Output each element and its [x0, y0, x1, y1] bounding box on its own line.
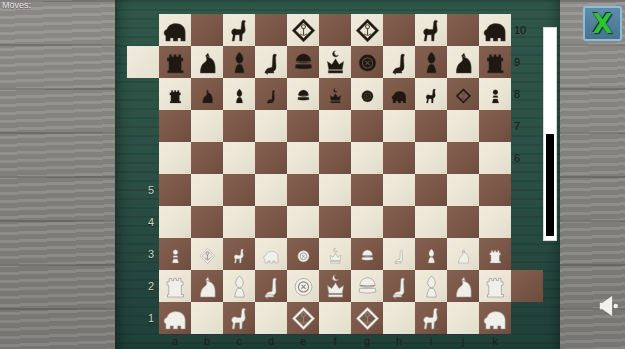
square-a10[interactable]	[159, 14, 191, 46]
piece-black-pawn-of-vizier[interactable]	[354, 81, 381, 108]
piece-white-pawn-of-camel[interactable]	[226, 241, 253, 268]
square-i8[interactable]	[415, 78, 447, 110]
square-e5[interactable]	[287, 174, 319, 206]
square-f1[interactable]	[319, 302, 351, 334]
square-d9[interactable]	[255, 46, 287, 78]
square-h6[interactable]	[383, 142, 415, 174]
square-f6[interactable]	[319, 142, 351, 174]
square-f10[interactable]	[319, 14, 351, 46]
piece-white-picket[interactable]	[418, 273, 445, 300]
square-b5[interactable]	[191, 174, 223, 206]
piece-black-pawn-of-giraffe[interactable]	[258, 81, 285, 108]
square-a6[interactable]	[159, 142, 191, 174]
square-c2[interactable]	[223, 270, 255, 302]
rank-label-4: 4	[132, 206, 154, 238]
file-label-f: f	[319, 335, 351, 347]
file-label-j: j	[447, 335, 479, 347]
square-a7[interactable]	[159, 110, 191, 142]
piece-black-elephant[interactable]	[162, 17, 189, 44]
rank-label-2: 2	[132, 270, 154, 302]
square-f2[interactable]	[319, 270, 351, 302]
square-a2[interactable]	[159, 270, 191, 302]
square-f9[interactable]	[319, 46, 351, 78]
square-h8[interactable]	[383, 78, 415, 110]
square-j7[interactable]	[447, 110, 479, 142]
piece-black-camel[interactable]	[418, 17, 445, 44]
square-g9[interactable]	[351, 46, 383, 78]
piece-black-pawn-of-pawn[interactable]	[482, 81, 509, 108]
piece-black-pawn-of-elephant[interactable]	[386, 81, 413, 108]
piece-black-pawn-of-king[interactable]	[322, 81, 349, 108]
piece-black-camel[interactable]	[226, 17, 253, 44]
square-g10[interactable]	[351, 14, 383, 46]
square-e2[interactable]	[287, 270, 319, 302]
square-j3[interactable]	[447, 238, 479, 270]
square-g6[interactable]	[351, 142, 383, 174]
square-e1[interactable]	[287, 302, 319, 334]
piece-white-pawn-of-giraffe[interactable]	[386, 241, 413, 268]
square-b3[interactable]	[191, 238, 223, 270]
square-c4[interactable]	[223, 206, 255, 238]
square-f7[interactable]	[319, 110, 351, 142]
square-g3[interactable]	[351, 238, 383, 270]
piece-white-war-engine[interactable]	[354, 305, 381, 332]
square-d5[interactable]	[255, 174, 287, 206]
square-k10[interactable]	[479, 14, 511, 46]
piece-black-pawn-of-general[interactable]	[290, 81, 317, 108]
rank-label-7: 7	[514, 110, 540, 142]
square-i6[interactable]	[415, 142, 447, 174]
square-f8[interactable]	[319, 78, 351, 110]
piece-black-war-engine[interactable]	[354, 17, 381, 44]
square-e3[interactable]	[287, 238, 319, 270]
game-window: Moves: 54321109876abcdefghijk X	[0, 0, 625, 349]
square-a5[interactable]	[159, 174, 191, 206]
square-h1[interactable]	[383, 302, 415, 334]
square-i3[interactable]	[415, 238, 447, 270]
square-i10[interactable]	[415, 14, 447, 46]
square-b10[interactable]	[191, 14, 223, 46]
square-e7[interactable]	[287, 110, 319, 142]
square-d4[interactable]	[255, 206, 287, 238]
square-a1[interactable]	[159, 302, 191, 334]
file-label-a: a	[159, 335, 191, 347]
piece-white-general[interactable]	[354, 273, 381, 300]
square-d6[interactable]	[255, 142, 287, 174]
square-d8[interactable]	[255, 78, 287, 110]
square-k3[interactable]	[479, 238, 511, 270]
square-a9[interactable]	[159, 46, 191, 78]
square-b2[interactable]	[191, 270, 223, 302]
piece-black-giraffe[interactable]	[386, 49, 413, 76]
piece-white-pawn-of-pawn[interactable]	[162, 241, 189, 268]
piece-black-pawn-of-knight[interactable]	[194, 81, 221, 108]
square-k9[interactable]	[479, 46, 511, 78]
piece-white-vizier[interactable]	[290, 273, 317, 300]
piece-white-giraffe[interactable]	[386, 273, 413, 300]
square-b4[interactable]	[191, 206, 223, 238]
square-d10[interactable]	[255, 14, 287, 46]
piece-white-picket[interactable]	[226, 273, 253, 300]
square-h3[interactable]	[383, 238, 415, 270]
piece-black-king[interactable]	[322, 49, 349, 76]
rank-label-8: 8	[514, 78, 540, 110]
piece-white-rook[interactable]	[162, 273, 189, 300]
piece-white-camel[interactable]	[418, 305, 445, 332]
piece-white-pawn-of-king[interactable]	[322, 241, 349, 268]
square-k2[interactable]	[479, 270, 511, 302]
square-f3[interactable]	[319, 238, 351, 270]
square-e10[interactable]	[287, 14, 319, 46]
file-label-d: d	[255, 335, 287, 347]
square-h9[interactable]	[383, 46, 415, 78]
square-g2[interactable]	[351, 270, 383, 302]
piece-black-picket[interactable]	[226, 49, 253, 76]
square-k1[interactable]	[479, 302, 511, 334]
speaker-icon[interactable]	[594, 292, 622, 320]
square-c3[interactable]	[223, 238, 255, 270]
square-h4[interactable]	[383, 206, 415, 238]
piece-white-camel[interactable]	[226, 305, 253, 332]
piece-white-pawn-of-general[interactable]	[354, 241, 381, 268]
square-a3[interactable]	[159, 238, 191, 270]
file-label-k: k	[479, 335, 511, 347]
file-label-g: g	[351, 335, 383, 347]
board: 54321109876abcdefghijk	[159, 14, 511, 334]
piece-white-knight[interactable]	[450, 273, 477, 300]
square-c5[interactable]	[223, 174, 255, 206]
square-a8[interactable]	[159, 78, 191, 110]
file-label-b: b	[191, 335, 223, 347]
square-c10[interactable]	[223, 14, 255, 46]
piece-black-pawn-of-rook[interactable]	[162, 81, 189, 108]
square-k7[interactable]	[479, 110, 511, 142]
square-i7[interactable]	[415, 110, 447, 142]
square-k6[interactable]	[479, 142, 511, 174]
square-b6[interactable]	[191, 142, 223, 174]
square-g8[interactable]	[351, 78, 383, 110]
board-grid	[159, 14, 511, 334]
square-c9[interactable]	[223, 46, 255, 78]
square-g7[interactable]	[351, 110, 383, 142]
square-g4[interactable]	[351, 206, 383, 238]
square-j5[interactable]	[447, 174, 479, 206]
square-k4[interactable]	[479, 206, 511, 238]
square-b1[interactable]	[191, 302, 223, 334]
square-c8[interactable]	[223, 78, 255, 110]
piece-white-giraffe[interactable]	[258, 273, 285, 300]
square-e8[interactable]	[287, 78, 319, 110]
square-a4[interactable]	[159, 206, 191, 238]
piece-white-rook[interactable]	[482, 273, 509, 300]
square-j10[interactable]	[447, 14, 479, 46]
rank-label-3: 3	[132, 238, 154, 270]
square-d3[interactable]	[255, 238, 287, 270]
square-b7[interactable]	[191, 110, 223, 142]
square-e4[interactable]	[287, 206, 319, 238]
square-h2[interactable]	[383, 270, 415, 302]
piece-black-pawn-of-war-engine[interactable]	[450, 81, 477, 108]
square-i2[interactable]	[415, 270, 447, 302]
rank-label-10: 10	[514, 14, 540, 46]
piece-white-elephant[interactable]	[162, 305, 189, 332]
piece-white-war-engine[interactable]	[290, 305, 317, 332]
piece-white-king[interactable]	[322, 273, 349, 300]
square-j6[interactable]	[447, 142, 479, 174]
piece-black-war-engine[interactable]	[290, 17, 317, 44]
citadel-left[interactable]	[127, 46, 159, 78]
piece-white-pawn-of-rook[interactable]	[482, 241, 509, 268]
moves-label: Moves:	[2, 0, 31, 10]
piece-white-knight[interactable]	[194, 273, 221, 300]
citadel-right[interactable]	[511, 270, 543, 302]
close-button[interactable]: X	[583, 6, 622, 41]
piece-white-elephant[interactable]	[482, 305, 509, 332]
square-h5[interactable]	[383, 174, 415, 206]
rank-label-6: 6	[514, 142, 540, 174]
piece-black-giraffe[interactable]	[258, 49, 285, 76]
piece-white-pawn-of-picket[interactable]	[418, 241, 445, 268]
piece-black-pawn-of-picket[interactable]	[226, 81, 253, 108]
square-h10[interactable]	[383, 14, 415, 46]
piece-white-pawn-of-elephant[interactable]	[258, 241, 285, 268]
piece-black-knight[interactable]	[194, 49, 221, 76]
square-g5[interactable]	[351, 174, 383, 206]
file-label-i: i	[415, 335, 447, 347]
piece-black-picket[interactable]	[418, 49, 445, 76]
square-i1[interactable]	[415, 302, 447, 334]
square-d7[interactable]	[255, 110, 287, 142]
piece-black-elephant[interactable]	[482, 17, 509, 44]
piece-black-rook[interactable]	[162, 49, 189, 76]
square-b9[interactable]	[191, 46, 223, 78]
square-g1[interactable]	[351, 302, 383, 334]
scrollbar-thumb[interactable]	[546, 134, 554, 236]
square-h7[interactable]	[383, 110, 415, 142]
file-label-e: e	[287, 335, 319, 347]
square-c6[interactable]	[223, 142, 255, 174]
square-d1[interactable]	[255, 302, 287, 334]
rank-label-9: 9	[514, 46, 540, 78]
piece-black-vizier[interactable]	[354, 49, 381, 76]
move-list-scrollbar[interactable]	[543, 27, 557, 241]
square-c7[interactable]	[223, 110, 255, 142]
piece-white-pawn-of-war-engine[interactable]	[194, 241, 221, 268]
file-label-c: c	[223, 335, 255, 347]
piece-white-pawn-of-vizier[interactable]	[290, 241, 317, 268]
piece-white-pawn-of-knight[interactable]	[450, 241, 477, 268]
square-e9[interactable]	[287, 46, 319, 78]
square-j9[interactable]	[447, 46, 479, 78]
rank-label-5: 5	[132, 174, 154, 206]
square-k8[interactable]	[479, 78, 511, 110]
square-i9[interactable]	[415, 46, 447, 78]
square-i5[interactable]	[415, 174, 447, 206]
piece-black-general[interactable]	[290, 49, 317, 76]
square-b8[interactable]	[191, 78, 223, 110]
piece-black-pawn-of-camel[interactable]	[418, 81, 445, 108]
square-d2[interactable]	[255, 270, 287, 302]
square-j1[interactable]	[447, 302, 479, 334]
file-label-h: h	[383, 335, 415, 347]
square-f4[interactable]	[319, 206, 351, 238]
piece-black-rook[interactable]	[482, 49, 509, 76]
square-j8[interactable]	[447, 78, 479, 110]
square-f5[interactable]	[319, 174, 351, 206]
square-j2[interactable]	[447, 270, 479, 302]
rank-label-1: 1	[132, 302, 154, 334]
square-c1[interactable]	[223, 302, 255, 334]
square-e6[interactable]	[287, 142, 319, 174]
square-i4[interactable]	[415, 206, 447, 238]
piece-black-knight[interactable]	[450, 49, 477, 76]
square-j4[interactable]	[447, 206, 479, 238]
square-k5[interactable]	[479, 174, 511, 206]
close-icon: X	[592, 11, 612, 37]
